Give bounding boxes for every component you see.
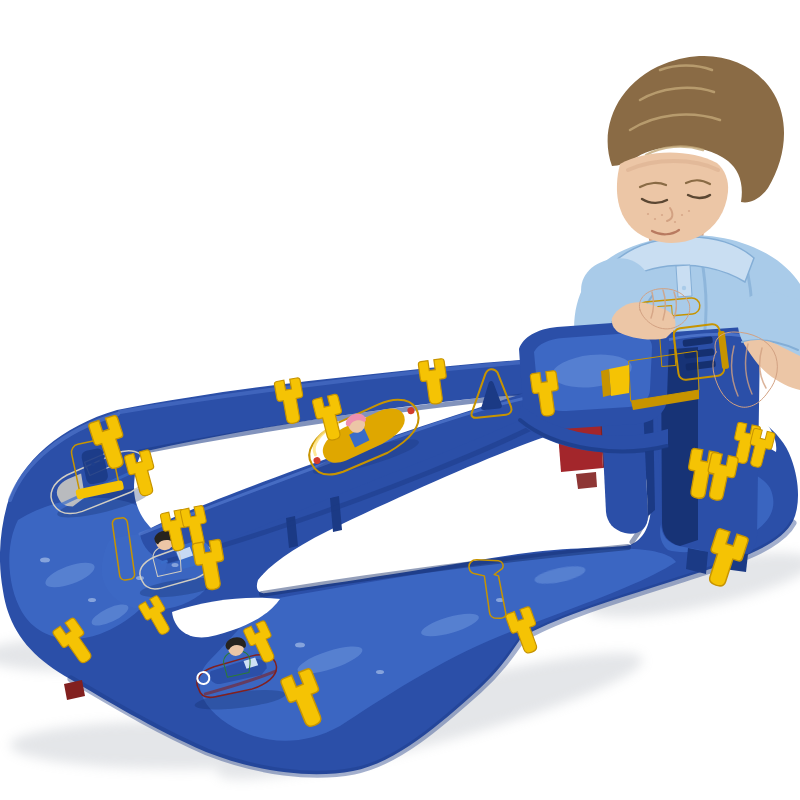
boy-head (608, 56, 784, 243)
photo-illustration (0, 0, 800, 800)
red-foot (64, 680, 85, 700)
red-support-lower (576, 472, 597, 489)
pump-nozzle (609, 365, 629, 396)
product-photo-stage: A young boy in a light blue polo shirt l… (0, 0, 800, 800)
polo-button (682, 286, 686, 290)
